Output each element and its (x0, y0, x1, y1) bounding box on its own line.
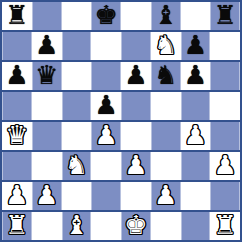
square-f5[interactable] (151, 92, 181, 120)
white-pawn-f2: ♟ (154, 182, 177, 209)
square-c3[interactable]: ♞ (62, 152, 92, 180)
square-b6[interactable]: ♛ (32, 62, 62, 90)
square-c4[interactable] (62, 122, 92, 150)
square-c5[interactable] (62, 92, 92, 120)
square-b1[interactable] (32, 212, 62, 240)
square-c6[interactable] (62, 62, 92, 90)
black-pawn-g7: ♟ (184, 32, 207, 59)
square-h8[interactable]: ♜ (210, 2, 240, 30)
square-b8[interactable] (32, 2, 62, 30)
square-d7[interactable] (91, 32, 121, 60)
white-queen-a4: ♛ (5, 122, 28, 149)
square-e8[interactable] (121, 2, 151, 30)
square-f8[interactable]: ♝ (151, 2, 181, 30)
black-pawn-b7: ♟ (35, 32, 58, 59)
square-g2[interactable] (181, 182, 211, 210)
square-a7[interactable] (2, 32, 32, 60)
white-rook-a1: ♜ (5, 212, 28, 239)
square-b4[interactable] (32, 122, 62, 150)
black-rook-a8: ♜ (5, 2, 28, 29)
white-pawn-g4: ♟ (184, 122, 207, 149)
square-b2[interactable]: ♟ (32, 182, 62, 210)
square-c2[interactable] (62, 182, 92, 210)
square-d4[interactable]: ♟ (91, 122, 121, 150)
square-h3[interactable]: ♟ (210, 152, 240, 180)
square-f4[interactable] (151, 122, 181, 150)
square-b5[interactable] (32, 92, 62, 120)
square-d1[interactable] (91, 212, 121, 240)
square-b7[interactable]: ♟ (32, 32, 62, 60)
white-pawn-a2: ♟ (5, 182, 28, 209)
square-c8[interactable] (62, 2, 92, 30)
square-g6[interactable]: ♟ (181, 62, 211, 90)
square-e7[interactable] (121, 32, 151, 60)
chessboard-frame: ♜♚♝♜♟♞♟♟♛♟♞♟♟♛♟♟♞♟♟♟♟♟♜♝♚♜ (0, 0, 242, 242)
square-e3[interactable]: ♟ (121, 152, 151, 180)
square-g5[interactable] (181, 92, 211, 120)
square-f2[interactable]: ♟ (151, 182, 181, 210)
square-g4[interactable]: ♟ (181, 122, 211, 150)
square-a4[interactable]: ♛ (2, 122, 32, 150)
square-h6[interactable] (210, 62, 240, 90)
chessboard: ♜♚♝♜♟♞♟♟♛♟♞♟♟♛♟♟♞♟♟♟♟♟♜♝♚♜ (2, 2, 240, 240)
white-rook-h1: ♜ (213, 212, 236, 239)
square-h1[interactable]: ♜ (210, 212, 240, 240)
square-e1[interactable]: ♚ (121, 212, 151, 240)
white-knight-c3: ♞ (65, 152, 88, 179)
square-g3[interactable] (181, 152, 211, 180)
square-g8[interactable] (181, 2, 211, 30)
square-f3[interactable] (151, 152, 181, 180)
black-pawn-d5: ♟ (94, 92, 117, 119)
square-f7[interactable]: ♞ (151, 32, 181, 60)
square-c7[interactable] (62, 32, 92, 60)
square-f1[interactable] (151, 212, 181, 240)
white-knight-f7: ♞ (154, 32, 177, 59)
white-pawn-d4: ♟ (94, 122, 117, 149)
black-knight-f6: ♞ (154, 62, 177, 89)
white-pawn-h3: ♟ (213, 152, 236, 179)
square-h7[interactable] (210, 32, 240, 60)
square-a8[interactable]: ♜ (2, 2, 32, 30)
square-e2[interactable] (121, 182, 151, 210)
white-king-e1: ♚ (124, 212, 147, 239)
square-a6[interactable]: ♟ (2, 62, 32, 90)
square-d2[interactable] (91, 182, 121, 210)
square-b3[interactable] (32, 152, 62, 180)
square-a3[interactable] (2, 152, 32, 180)
white-bishop-c1: ♝ (65, 212, 88, 239)
black-bishop-f8: ♝ (154, 2, 177, 29)
square-h5[interactable] (210, 92, 240, 120)
black-pawn-g6: ♟ (184, 62, 207, 89)
square-d8[interactable]: ♚ (91, 2, 121, 30)
black-rook-h8: ♜ (213, 2, 236, 29)
black-queen-b6: ♛ (35, 62, 58, 89)
white-pawn-b2: ♟ (35, 182, 58, 209)
square-e6[interactable]: ♟ (121, 62, 151, 90)
white-pawn-e3: ♟ (124, 152, 147, 179)
square-d3[interactable] (91, 152, 121, 180)
square-d5[interactable]: ♟ (91, 92, 121, 120)
square-a2[interactable]: ♟ (2, 182, 32, 210)
square-e4[interactable] (121, 122, 151, 150)
square-h2[interactable] (210, 182, 240, 210)
black-king-d8: ♚ (94, 2, 117, 29)
black-pawn-a6: ♟ (5, 62, 28, 89)
square-f6[interactable]: ♞ (151, 62, 181, 90)
square-a1[interactable]: ♜ (2, 212, 32, 240)
square-d6[interactable] (91, 62, 121, 90)
black-pawn-e6: ♟ (124, 62, 147, 89)
square-g7[interactable]: ♟ (181, 32, 211, 60)
square-e5[interactable] (121, 92, 151, 120)
square-h4[interactable] (210, 122, 240, 150)
square-c1[interactable]: ♝ (62, 212, 92, 240)
square-g1[interactable] (181, 212, 211, 240)
square-a5[interactable] (2, 92, 32, 120)
